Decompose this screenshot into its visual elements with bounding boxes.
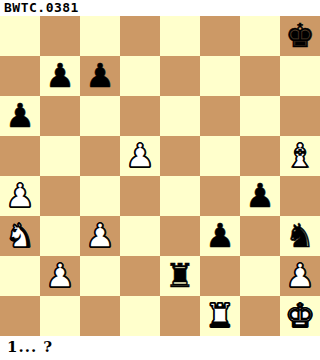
square-h4[interactable] [280, 176, 320, 216]
white-pawn-piece: ♟ [5, 176, 35, 216]
square-f6[interactable] [200, 96, 240, 136]
square-h2[interactable]: ♟ [280, 256, 320, 296]
square-e2[interactable]: ♜ [160, 256, 200, 296]
square-c8[interactable] [80, 16, 120, 56]
square-g7[interactable] [240, 56, 280, 96]
square-h8[interactable]: ♚ [280, 16, 320, 56]
black-king-piece: ♚ [285, 16, 315, 56]
white-king-piece: ♚ [285, 296, 315, 336]
square-e4[interactable] [160, 176, 200, 216]
black-pawn-piece: ♟ [45, 56, 75, 96]
black-knight-piece: ♞ [285, 216, 315, 256]
square-a2[interactable] [0, 256, 40, 296]
square-h3[interactable]: ♞ [280, 216, 320, 256]
square-f1[interactable]: ♜ [200, 296, 240, 336]
white-bishop-piece: ♝ [285, 136, 315, 176]
square-a8[interactable] [0, 16, 40, 56]
square-c5[interactable] [80, 136, 120, 176]
white-rook-piece: ♜ [205, 296, 235, 336]
square-e5[interactable] [160, 136, 200, 176]
square-b2[interactable]: ♟ [40, 256, 80, 296]
square-c7[interactable]: ♟ [80, 56, 120, 96]
square-e3[interactable] [160, 216, 200, 256]
white-pawn-piece: ♟ [85, 216, 115, 256]
black-pawn-piece: ♟ [5, 96, 35, 136]
move-prompt: 1... ? [0, 336, 320, 360]
square-e8[interactable] [160, 16, 200, 56]
square-c4[interactable] [80, 176, 120, 216]
white-pawn-piece: ♟ [45, 256, 75, 296]
square-a5[interactable] [0, 136, 40, 176]
square-g5[interactable] [240, 136, 280, 176]
square-d6[interactable] [120, 96, 160, 136]
square-d1[interactable] [120, 296, 160, 336]
square-a4[interactable]: ♟ [0, 176, 40, 216]
chess-board: ♚♟♟♟♟♝♟♟♞♟♟♞♟♜♟♜♚ [0, 16, 320, 336]
black-rook-piece: ♜ [165, 256, 195, 296]
square-b8[interactable] [40, 16, 80, 56]
square-c6[interactable] [80, 96, 120, 136]
square-c1[interactable] [80, 296, 120, 336]
chess-training-window: BWTC.0381 ♚♟♟♟♟♝♟♟♞♟♟♞♟♜♟♜♚ 1... ? [0, 0, 320, 360]
square-f5[interactable] [200, 136, 240, 176]
square-d7[interactable] [120, 56, 160, 96]
square-b3[interactable] [40, 216, 80, 256]
square-e6[interactable] [160, 96, 200, 136]
square-e1[interactable] [160, 296, 200, 336]
square-g3[interactable] [240, 216, 280, 256]
square-g4[interactable]: ♟ [240, 176, 280, 216]
white-pawn-piece: ♟ [285, 256, 315, 296]
black-pawn-piece: ♟ [245, 176, 275, 216]
square-b4[interactable] [40, 176, 80, 216]
square-c3[interactable]: ♟ [80, 216, 120, 256]
black-pawn-piece: ♟ [85, 56, 115, 96]
square-c2[interactable] [80, 256, 120, 296]
square-f4[interactable] [200, 176, 240, 216]
square-h5[interactable]: ♝ [280, 136, 320, 176]
square-f7[interactable] [200, 56, 240, 96]
square-f3[interactable]: ♟ [200, 216, 240, 256]
puzzle-id-title: BWTC.0381 [0, 0, 320, 16]
white-knight-piece: ♞ [5, 216, 35, 256]
black-pawn-piece: ♟ [205, 216, 235, 256]
square-e7[interactable] [160, 56, 200, 96]
square-b7[interactable]: ♟ [40, 56, 80, 96]
square-f8[interactable] [200, 16, 240, 56]
square-a1[interactable] [0, 296, 40, 336]
square-d4[interactable] [120, 176, 160, 216]
square-h6[interactable] [280, 96, 320, 136]
square-d2[interactable] [120, 256, 160, 296]
square-b1[interactable] [40, 296, 80, 336]
square-b5[interactable] [40, 136, 80, 176]
square-d3[interactable] [120, 216, 160, 256]
square-h1[interactable]: ♚ [280, 296, 320, 336]
square-a3[interactable]: ♞ [0, 216, 40, 256]
square-g6[interactable] [240, 96, 280, 136]
white-pawn-piece: ♟ [125, 136, 155, 176]
square-d8[interactable] [120, 16, 160, 56]
square-g8[interactable] [240, 16, 280, 56]
square-a6[interactable]: ♟ [0, 96, 40, 136]
square-d5[interactable]: ♟ [120, 136, 160, 176]
square-f2[interactable] [200, 256, 240, 296]
square-b6[interactable] [40, 96, 80, 136]
square-g1[interactable] [240, 296, 280, 336]
square-a7[interactable] [0, 56, 40, 96]
square-h7[interactable] [280, 56, 320, 96]
square-g2[interactable] [240, 256, 280, 296]
